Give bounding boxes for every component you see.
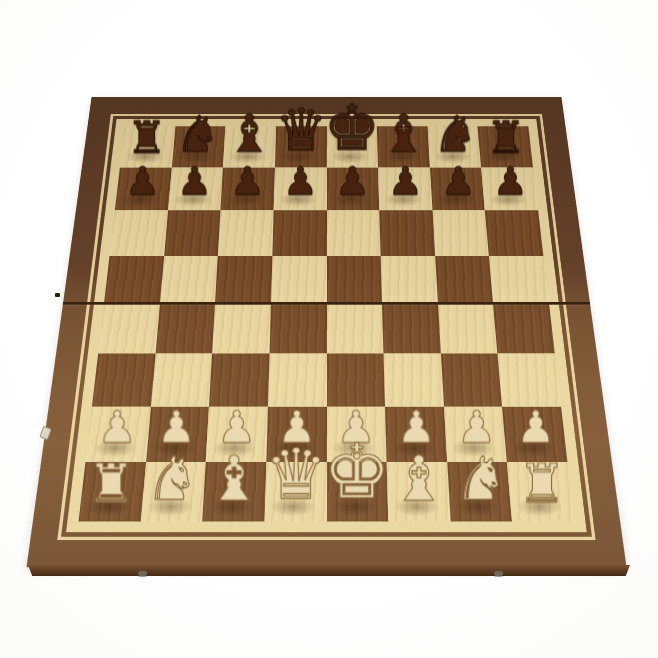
square-e7[interactable]: ♟ [327, 167, 380, 210]
piece-white-pawn[interactable]: ♟ [516, 408, 556, 449]
piece-black-pawn[interactable]: ♟ [335, 164, 370, 200]
piece-black-knight[interactable]: ♞ [433, 111, 478, 157]
square-d7[interactable]: ♟ [274, 167, 327, 210]
board-scene: ♜♞♝♛♚♝♞♜♟♟♟♟♟♟♟♟♟♟♟♟♟♟♟♟♜♞♝♛♚♝♞♜ [63, 40, 590, 567]
square-a1[interactable]: ♜ [79, 462, 146, 521]
square-g3[interactable] [441, 354, 503, 407]
square-c5[interactable] [215, 256, 272, 304]
clasp-hinge-left [138, 571, 147, 576]
piece-white-bishop[interactable]: ♝ [391, 450, 447, 507]
square-f3[interactable] [384, 354, 444, 407]
square-e1[interactable]: ♚ [327, 462, 389, 521]
square-g1[interactable]: ♞ [447, 462, 512, 521]
square-h5[interactable] [489, 256, 549, 304]
square-b3[interactable] [151, 354, 213, 407]
square-h1[interactable]: ♜ [507, 462, 574, 521]
square-b7[interactable]: ♟ [168, 167, 223, 210]
square-b1[interactable]: ♞ [141, 462, 206, 521]
piece-black-bishop[interactable]: ♝ [380, 110, 426, 158]
piece-black-pawn[interactable]: ♟ [388, 164, 423, 200]
square-f7[interactable]: ♟ [378, 167, 432, 210]
square-a5[interactable] [104, 256, 164, 304]
square-g7[interactable]: ♟ [430, 167, 485, 210]
square-c3[interactable] [209, 354, 269, 407]
board-front-edge [28, 565, 630, 576]
piece-black-rook[interactable]: ♜ [127, 117, 167, 158]
piece-black-pawn[interactable]: ♟ [230, 164, 265, 200]
piece-white-knight[interactable]: ♞ [146, 452, 200, 507]
board-squares: ♜♞♝♛♚♝♞♜♟♟♟♟♟♟♟♟♟♟♟♟♟♟♟♟♜♞♝♛♚♝♞♜ [79, 126, 575, 521]
piece-white-queen[interactable]: ♛ [264, 443, 327, 507]
square-c1[interactable]: ♝ [203, 462, 267, 521]
product-photo: ♜♞♝♛♚♝♞♜♟♟♟♟♟♟♟♟♟♟♟♟♟♟♟♟♜♞♝♛♚♝♞♜ [0, 0, 658, 658]
piece-black-bishop[interactable]: ♝ [226, 110, 272, 158]
piece-black-pawn[interactable]: ♟ [125, 164, 160, 200]
piece-black-queen[interactable]: ♛ [275, 104, 327, 158]
piece-black-pawn[interactable]: ♟ [178, 164, 213, 200]
folding-hinge-seam [63, 302, 590, 305]
square-d1[interactable]: ♛ [265, 462, 327, 521]
square-c7[interactable]: ♟ [221, 167, 275, 210]
piece-black-knight[interactable]: ♞ [176, 111, 221, 157]
piece-white-knight[interactable]: ♞ [454, 452, 508, 507]
square-f1[interactable]: ♝ [387, 462, 451, 521]
square-a7[interactable]: ♟ [115, 167, 172, 210]
piece-black-pawn[interactable]: ♟ [283, 164, 318, 200]
square-b5[interactable] [160, 256, 218, 304]
clasp-hinge-right [494, 571, 503, 576]
piece-white-rook[interactable]: ♜ [518, 458, 566, 507]
chess-board: ♜♞♝♛♚♝♞♜♟♟♟♟♟♟♟♟♟♟♟♟♟♟♟♟♜♞♝♛♚♝♞♜ [27, 97, 627, 567]
piece-white-pawn[interactable]: ♟ [456, 408, 496, 449]
square-e5[interactable] [327, 256, 383, 304]
piece-black-pawn[interactable]: ♟ [441, 164, 476, 200]
square-f5[interactable] [381, 256, 438, 304]
piece-white-king[interactable]: ♚ [324, 438, 391, 507]
square-h3[interactable] [498, 354, 561, 407]
square-g5[interactable] [435, 256, 493, 304]
square-d5[interactable] [271, 256, 327, 304]
piece-white-pawn[interactable]: ♟ [157, 408, 197, 449]
square-a3[interactable] [92, 354, 155, 407]
square-e3[interactable] [327, 354, 386, 407]
piece-black-rook[interactable]: ♜ [486, 117, 526, 158]
piece-white-pawn[interactable]: ♟ [97, 408, 137, 449]
square-h7[interactable]: ♟ [481, 167, 538, 210]
piece-black-king[interactable]: ♚ [324, 100, 380, 158]
piece-black-pawn[interactable]: ♟ [493, 164, 528, 200]
piece-white-rook[interactable]: ♜ [87, 458, 135, 507]
piece-white-bishop[interactable]: ♝ [206, 450, 262, 507]
hinge-notch [55, 293, 60, 297]
square-d3[interactable] [268, 354, 327, 407]
